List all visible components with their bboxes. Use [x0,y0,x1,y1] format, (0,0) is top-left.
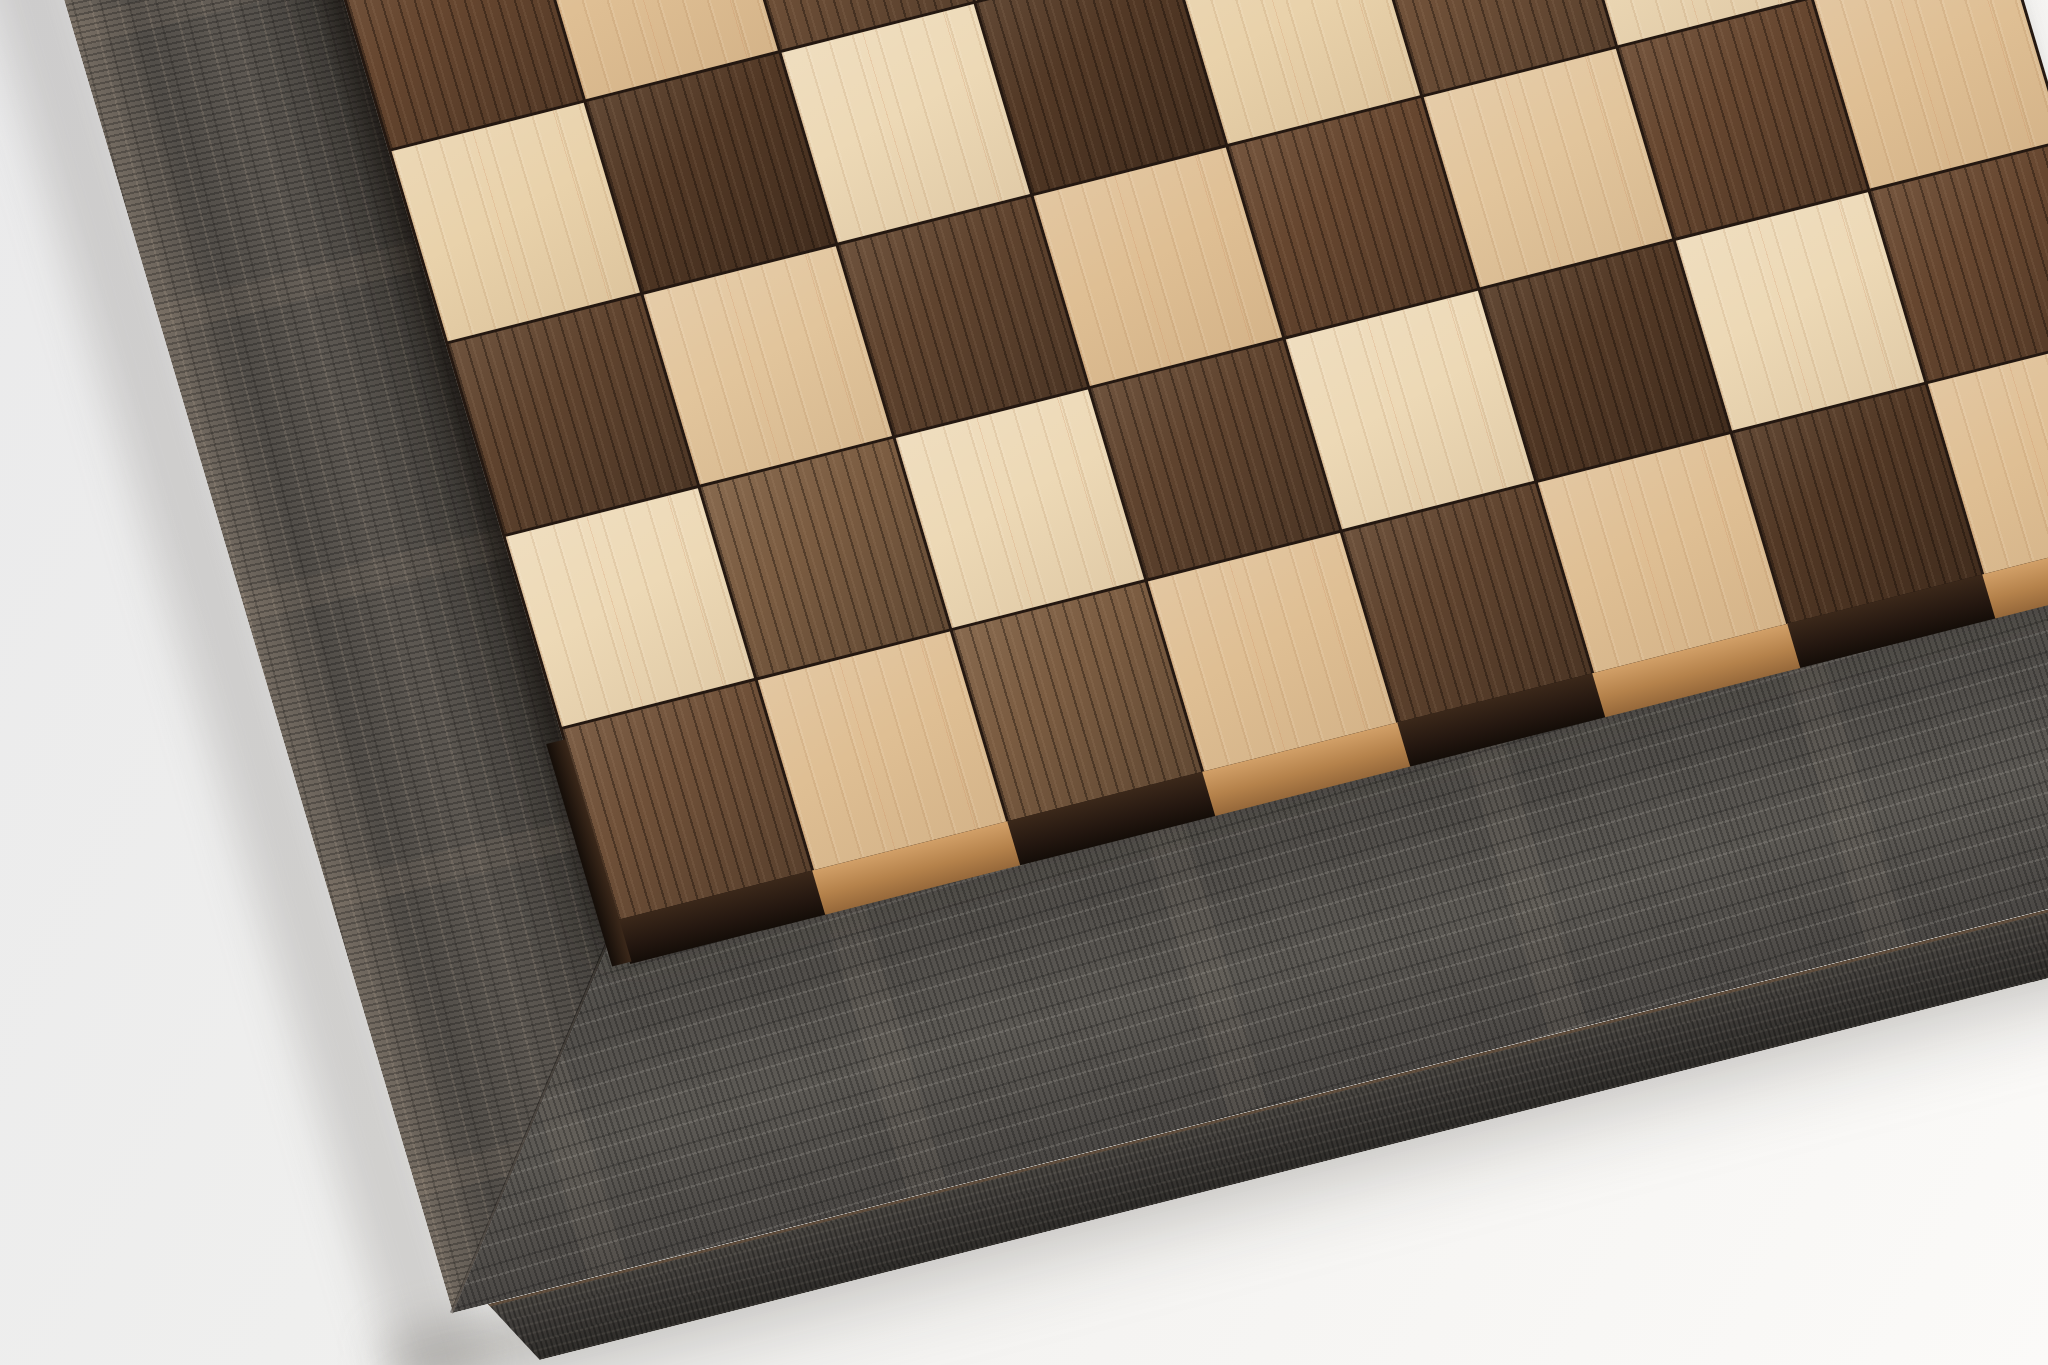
photo-scene [0,0,2048,1365]
